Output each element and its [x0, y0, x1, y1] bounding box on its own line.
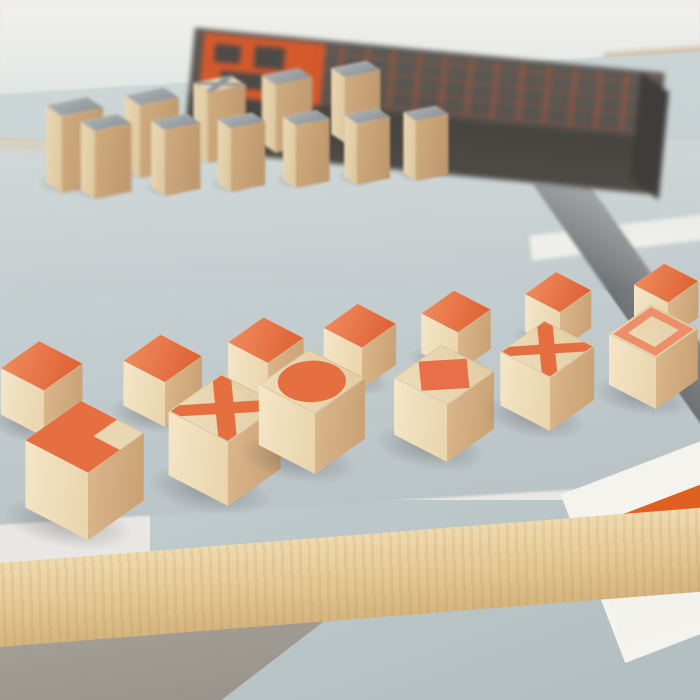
- cube-right-face: [357, 117, 390, 185]
- cube-left-face: [151, 121, 165, 196]
- cube-right-face: [165, 123, 200, 196]
- cube-left-face: [81, 122, 95, 199]
- pieces-layer: [0, 0, 700, 700]
- cube-right-face: [416, 114, 448, 181]
- cube-left-face: [331, 68, 345, 143]
- cube-left-face: [218, 120, 231, 192]
- cube-left-face: [46, 106, 62, 193]
- cube-left-face: [403, 112, 416, 181]
- product-photo-scene: [0, 0, 700, 700]
- cube-right-face: [95, 123, 132, 199]
- cube-left-face: [344, 115, 357, 185]
- cube-right-face: [296, 118, 330, 188]
- cube-left-face: [283, 117, 296, 188]
- cube-right-face: [231, 121, 265, 192]
